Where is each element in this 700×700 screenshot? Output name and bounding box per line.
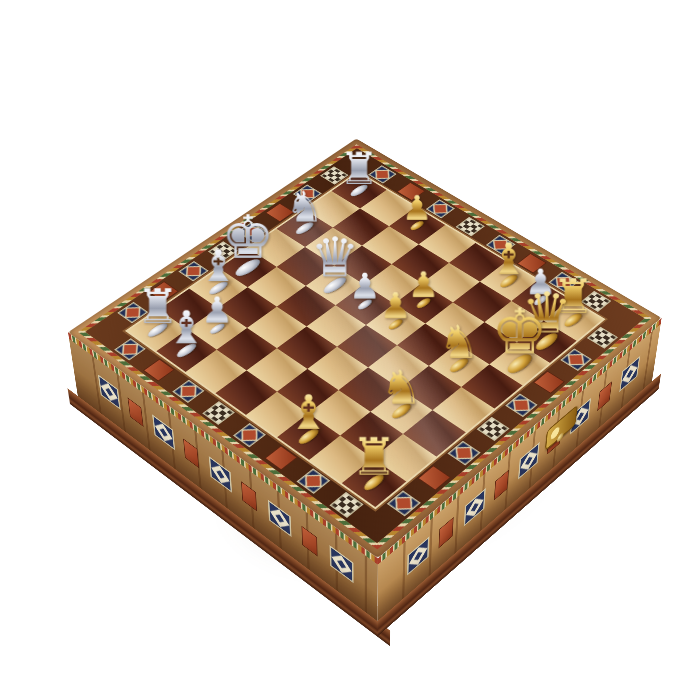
white-bishop-glyph: ♝ [146, 305, 227, 351]
black-bishop-glyph: ♝ [266, 389, 351, 437]
black-knight-glyph: ♞ [418, 319, 500, 365]
product-photo: ♜♝♚♞♜♝♟♛♟♟♜♞♞♝♝♚♛♜♟♟♟ [0, 0, 700, 700]
chess-chest: ♜♝♚♞♜♝♟♛♟♟♜♞♞♝♝♚♛♜♟♟♟ [68, 139, 662, 559]
scene: ♜♝♚♞♜♝♟♛♟♟♜♞♞♝♝♚♛♜♟♟♟ [0, 0, 700, 700]
black-rook-glyph: ♜ [331, 430, 418, 482]
black-knight-glyph: ♞ [360, 364, 444, 411]
